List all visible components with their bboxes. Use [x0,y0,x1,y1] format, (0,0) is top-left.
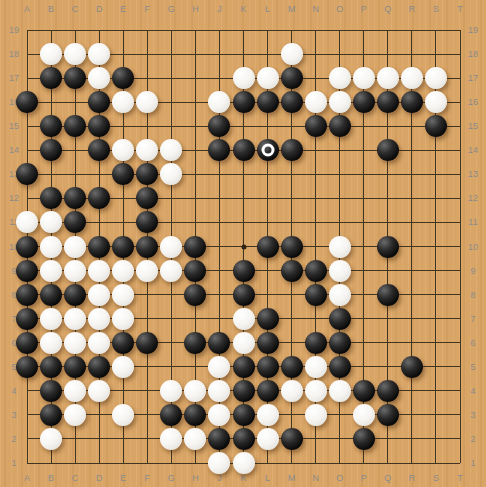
column-label-bottom: E [120,473,126,483]
row-label-left: 19 [9,25,19,35]
black-stone [40,139,62,161]
column-label-top: R [409,4,416,14]
black-stone [160,404,182,426]
black-stone [64,115,86,137]
black-stone [64,211,86,233]
black-stone [88,236,110,258]
column-label-top: B [48,4,54,14]
row-label-right: 11 [468,217,477,227]
white-stone [112,91,134,113]
row-label-right: 19 [468,25,478,35]
white-stone [160,163,182,185]
white-stone [257,404,279,426]
row-label-right: 2 [470,434,475,444]
black-stone [208,428,230,450]
white-stone [88,380,110,402]
column-label-bottom: Q [384,473,391,483]
row-label-left: 12 [9,193,19,203]
row-label-right: 8 [470,290,475,300]
black-stone [88,356,110,378]
row-label-right: 14 [468,145,478,155]
white-stone [64,380,86,402]
column-label-top: C [72,4,79,14]
white-stone [64,260,86,282]
column-label-top: T [457,4,463,14]
black-stone [40,115,62,137]
white-stone [88,67,110,89]
column-label-bottom: A [24,473,30,483]
column-label-top: E [120,4,126,14]
black-stone [184,236,206,258]
column-label-top: M [288,4,296,14]
row-label-right: 9 [470,266,475,276]
white-stone [281,380,303,402]
white-stone [329,67,351,89]
white-stone [16,211,38,233]
row-label-right: 13 [468,169,478,179]
white-stone [377,67,399,89]
column-label-top: O [336,4,343,14]
black-stone [377,404,399,426]
white-stone [40,43,62,65]
white-stone [40,428,62,450]
column-label-bottom: F [145,473,151,483]
black-stone [112,163,134,185]
black-stone [136,211,158,233]
white-stone [88,260,110,282]
black-stone [377,380,399,402]
black-stone [16,236,38,258]
white-stone [88,308,110,330]
white-stone [233,452,255,474]
black-stone [112,332,134,354]
column-label-bottom: S [433,473,439,483]
black-stone [184,404,206,426]
column-label-top: G [168,4,175,14]
white-stone [112,356,134,378]
black-stone [16,260,38,282]
black-stone [40,356,62,378]
black-stone [353,91,375,113]
white-stone [425,91,447,113]
black-stone [184,260,206,282]
black-stone [136,332,158,354]
white-stone [64,236,86,258]
column-label-bottom: P [361,473,367,483]
white-stone [88,43,110,65]
black-stone [233,139,255,161]
grid-line-vertical [460,30,461,463]
black-stone [233,356,255,378]
black-stone [208,332,230,354]
column-label-top: N [312,4,319,14]
black-stone [16,308,38,330]
black-stone [112,67,134,89]
black-stone [16,163,38,185]
black-stone [329,356,351,378]
column-label-top: H [192,4,199,14]
black-stone [377,284,399,306]
white-stone [88,332,110,354]
white-stone [305,404,327,426]
black-stone [329,115,351,137]
column-label-top: S [433,4,439,14]
row-label-left: 18 [9,49,19,59]
white-stone [184,428,206,450]
black-stone [353,380,375,402]
black-stone [40,187,62,209]
black-stone [233,284,255,306]
black-stone [257,91,279,113]
black-stone [136,187,158,209]
black-stone [377,236,399,258]
white-stone [281,43,303,65]
white-stone [112,308,134,330]
black-stone [184,332,206,354]
white-stone [305,356,327,378]
column-label-top: F [145,4,151,14]
black-stone [305,284,327,306]
black-stone [233,380,255,402]
white-stone [208,404,230,426]
white-stone [40,211,62,233]
row-label-right: 17 [468,73,478,83]
column-label-bottom: M [288,473,296,483]
row-label-left: 3 [11,410,16,420]
white-stone [40,308,62,330]
row-label-right: 5 [470,362,475,372]
white-stone [353,67,375,89]
black-stone [88,187,110,209]
black-stone [136,163,158,185]
black-stone [377,139,399,161]
row-label-left: 17 [9,73,19,83]
black-stone [233,404,255,426]
white-stone [136,260,158,282]
row-label-right: 16 [468,97,478,107]
column-label-top: Q [384,4,391,14]
column-label-top: J [217,4,222,14]
white-stone [233,332,255,354]
black-stone [401,91,423,113]
white-stone [425,67,447,89]
black-stone [40,284,62,306]
row-label-right: 10 [468,242,478,252]
white-stone [208,452,230,474]
black-stone [208,115,230,137]
black-stone [305,115,327,137]
white-stone [136,91,158,113]
row-label-left: 2 [11,434,16,444]
white-stone [305,91,327,113]
column-label-bottom: L [265,473,270,483]
black-stone [40,404,62,426]
black-stone [112,236,134,258]
black-stone [305,332,327,354]
white-stone [184,380,206,402]
white-stone [208,356,230,378]
row-label-left: 14 [9,145,19,155]
white-stone [136,139,158,161]
column-label-top: P [361,4,367,14]
white-stone [257,67,279,89]
last-move-marker-icon [261,144,274,157]
black-stone [208,139,230,161]
black-stone [329,308,351,330]
row-label-right: 12 [468,193,478,203]
white-stone [257,428,279,450]
black-stone [233,91,255,113]
black-stone [136,236,158,258]
white-stone [88,284,110,306]
column-label-top: A [24,4,30,14]
column-label-bottom: C [72,473,79,483]
row-label-right: 15 [468,121,478,131]
white-stone [160,236,182,258]
black-stone [401,356,423,378]
white-stone [208,91,230,113]
black-stone [64,356,86,378]
white-stone [112,284,134,306]
black-stone [40,67,62,89]
black-stone [257,380,279,402]
black-stone [16,356,38,378]
black-stone [329,332,351,354]
black-stone [257,356,279,378]
column-label-bottom: B [48,473,54,483]
white-stone [233,67,255,89]
white-stone [329,380,351,402]
white-stone [160,380,182,402]
black-stone [64,284,86,306]
black-stone [64,187,86,209]
white-stone [64,43,86,65]
column-label-top: K [240,4,246,14]
black-stone [425,115,447,137]
row-label-right: 3 [470,410,475,420]
white-stone [112,260,134,282]
row-label-right: 4 [470,386,475,396]
column-label-top: L [265,4,270,14]
row-label-right: 18 [468,49,478,59]
go-board[interactable]: AABBCCDDEEFFGGHHJJKKLLMMNNOOPPQQRRSSTT19… [0,0,486,487]
black-stone [233,428,255,450]
row-label-right: 7 [470,314,475,324]
column-label-bottom: R [409,473,416,483]
black-stone [281,91,303,113]
white-stone [112,404,134,426]
white-stone [40,236,62,258]
white-stone [233,308,255,330]
black-stone [281,236,303,258]
black-stone [88,91,110,113]
black-stone [257,236,279,258]
black-stone [184,284,206,306]
column-label-bottom: N [312,473,319,483]
column-label-bottom: J [217,473,222,483]
column-label-bottom: G [168,473,175,483]
white-stone [160,260,182,282]
row-label-left: 4 [11,386,16,396]
black-stone [281,260,303,282]
white-stone [40,332,62,354]
white-stone [329,284,351,306]
column-label-bottom: H [192,473,199,483]
black-stone [377,91,399,113]
star-point [241,244,246,249]
black-stone [305,260,327,282]
column-label-bottom: K [240,473,246,483]
column-label-bottom: D [96,473,103,483]
black-stone [88,115,110,137]
white-stone [329,260,351,282]
white-stone [160,139,182,161]
row-label-left: 1 [11,458,16,468]
white-stone [208,380,230,402]
white-stone [112,139,134,161]
black-stone [64,67,86,89]
black-stone-last-move [257,139,279,161]
white-stone [329,91,351,113]
black-stone [88,139,110,161]
column-label-bottom: O [336,473,343,483]
white-stone [40,260,62,282]
black-stone [281,139,303,161]
black-stone [257,332,279,354]
black-stone [257,308,279,330]
row-label-right: 1 [470,458,475,468]
row-label-right: 6 [470,338,475,348]
black-stone [281,356,303,378]
black-stone [40,380,62,402]
white-stone [353,404,375,426]
row-label-left: 15 [9,121,19,131]
column-label-top: D [96,4,103,14]
white-stone [64,332,86,354]
white-stone [305,380,327,402]
black-stone [16,91,38,113]
white-stone [401,67,423,89]
black-stone [281,428,303,450]
white-stone [329,236,351,258]
white-stone [64,404,86,426]
black-stone [16,332,38,354]
black-stone [16,284,38,306]
column-label-bottom: T [457,473,463,483]
black-stone [233,260,255,282]
white-stone [64,308,86,330]
white-stone [160,428,182,450]
black-stone [281,67,303,89]
black-stone [353,428,375,450]
